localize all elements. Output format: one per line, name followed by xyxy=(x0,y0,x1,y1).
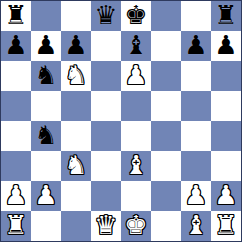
square-d5[interactable] xyxy=(91,91,121,121)
black-pawn-icon[interactable]: ♟ xyxy=(4,32,27,58)
square-g1[interactable]: ♝ xyxy=(181,211,211,241)
square-f5[interactable] xyxy=(151,91,181,121)
square-b7[interactable]: ♟ xyxy=(31,31,61,61)
square-b5[interactable] xyxy=(31,91,61,121)
square-f3[interactable] xyxy=(151,151,181,181)
white-pawn-icon[interactable]: ♟ xyxy=(124,62,147,88)
square-f1[interactable] xyxy=(151,211,181,241)
square-g5[interactable] xyxy=(181,91,211,121)
square-h6[interactable] xyxy=(211,61,241,91)
square-a4[interactable] xyxy=(1,121,31,151)
square-e7[interactable]: ♝ xyxy=(121,31,151,61)
square-h3[interactable] xyxy=(211,151,241,181)
square-d7[interactable] xyxy=(91,31,121,61)
square-b6[interactable]: ♞ xyxy=(31,61,61,91)
square-h7[interactable]: ♟ xyxy=(211,31,241,61)
square-c8[interactable] xyxy=(61,1,91,31)
square-h2[interactable]: ♟ xyxy=(211,181,241,211)
square-g4[interactable] xyxy=(181,121,211,151)
square-e1[interactable]: ♚ xyxy=(121,211,151,241)
black-knight-icon[interactable]: ♞ xyxy=(34,122,57,148)
black-pawn-icon[interactable]: ♟ xyxy=(184,32,207,58)
square-b1[interactable] xyxy=(31,211,61,241)
white-rook-icon[interactable]: ♜ xyxy=(214,212,237,238)
black-pawn-icon[interactable]: ♟ xyxy=(34,32,57,58)
white-bishop-icon[interactable]: ♝ xyxy=(184,212,207,238)
white-queen-icon[interactable]: ♛ xyxy=(94,212,117,238)
square-d8[interactable]: ♛ xyxy=(91,1,121,31)
white-knight-icon[interactable]: ♞ xyxy=(64,62,87,88)
square-g7[interactable]: ♟ xyxy=(181,31,211,61)
square-c1[interactable] xyxy=(61,211,91,241)
square-h1[interactable]: ♜ xyxy=(211,211,241,241)
black-knight-icon[interactable]: ♞ xyxy=(34,62,57,88)
black-king-icon[interactable]: ♚ xyxy=(124,2,147,28)
square-g2[interactable]: ♟ xyxy=(181,181,211,211)
square-e6[interactable]: ♟ xyxy=(121,61,151,91)
white-king-icon[interactable]: ♚ xyxy=(124,212,147,238)
square-a5[interactable] xyxy=(1,91,31,121)
square-e8[interactable]: ♚ xyxy=(121,1,151,31)
white-knight-icon[interactable]: ♞ xyxy=(64,152,87,178)
square-e2[interactable] xyxy=(121,181,151,211)
square-a6[interactable] xyxy=(1,61,31,91)
square-b8[interactable] xyxy=(31,1,61,31)
square-c6[interactable]: ♞ xyxy=(61,61,91,91)
square-b4[interactable]: ♞ xyxy=(31,121,61,151)
white-bishop-icon[interactable]: ♝ xyxy=(124,152,147,178)
square-c4[interactable] xyxy=(61,121,91,151)
square-h8[interactable]: ♜ xyxy=(211,1,241,31)
square-g8[interactable] xyxy=(181,1,211,31)
white-pawn-icon[interactable]: ♟ xyxy=(4,182,27,208)
square-d2[interactable] xyxy=(91,181,121,211)
square-c5[interactable] xyxy=(61,91,91,121)
white-pawn-icon[interactable]: ♟ xyxy=(184,182,207,208)
white-rook-icon[interactable]: ♜ xyxy=(4,212,27,238)
square-d6[interactable] xyxy=(91,61,121,91)
square-a7[interactable]: ♟ xyxy=(1,31,31,61)
square-d4[interactable] xyxy=(91,121,121,151)
black-bishop-icon[interactable]: ♝ xyxy=(124,32,147,58)
square-d3[interactable] xyxy=(91,151,121,181)
square-a3[interactable] xyxy=(1,151,31,181)
white-pawn-icon[interactable]: ♟ xyxy=(214,182,237,208)
white-pawn-icon[interactable]: ♟ xyxy=(34,182,57,208)
chess-board: ♜♛♚♜♟♟♟♝♟♟♞♞♟♞♞♝♟♟♟♟♜♛♚♝♜ xyxy=(0,0,242,242)
square-f2[interactable] xyxy=(151,181,181,211)
square-e5[interactable] xyxy=(121,91,151,121)
square-h4[interactable] xyxy=(211,121,241,151)
square-b3[interactable] xyxy=(31,151,61,181)
square-h5[interactable] xyxy=(211,91,241,121)
square-b2[interactable]: ♟ xyxy=(31,181,61,211)
square-g6[interactable] xyxy=(181,61,211,91)
black-rook-icon[interactable]: ♜ xyxy=(4,2,27,28)
square-g3[interactable] xyxy=(181,151,211,181)
square-d1[interactable]: ♛ xyxy=(91,211,121,241)
square-c3[interactable]: ♞ xyxy=(61,151,91,181)
square-f7[interactable] xyxy=(151,31,181,61)
square-e4[interactable] xyxy=(121,121,151,151)
square-f6[interactable] xyxy=(151,61,181,91)
square-a8[interactable]: ♜ xyxy=(1,1,31,31)
square-f4[interactable] xyxy=(151,121,181,151)
square-a1[interactable]: ♜ xyxy=(1,211,31,241)
square-e3[interactable]: ♝ xyxy=(121,151,151,181)
black-pawn-icon[interactable]: ♟ xyxy=(64,32,87,58)
square-c7[interactable]: ♟ xyxy=(61,31,91,61)
black-pawn-icon[interactable]: ♟ xyxy=(214,32,237,58)
black-queen-icon[interactable]: ♛ xyxy=(94,2,117,28)
square-f8[interactable] xyxy=(151,1,181,31)
square-c2[interactable] xyxy=(61,181,91,211)
square-a2[interactable]: ♟ xyxy=(1,181,31,211)
black-rook-icon[interactable]: ♜ xyxy=(214,2,237,28)
